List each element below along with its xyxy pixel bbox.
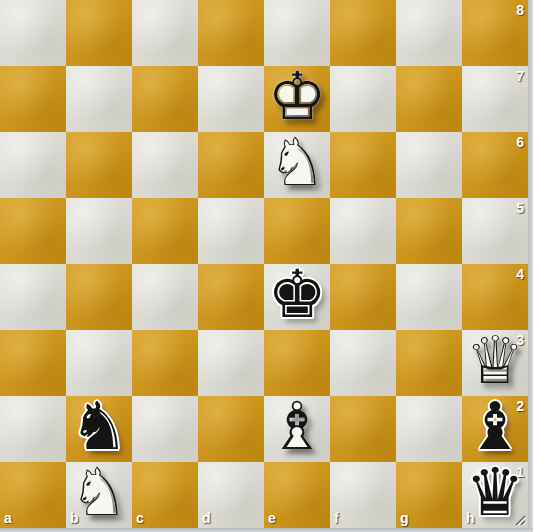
file-label-c: c xyxy=(136,511,144,525)
square-b7[interactable] xyxy=(66,66,132,132)
square-g4[interactable] xyxy=(396,264,462,330)
square-c7[interactable] xyxy=(132,66,198,132)
file-label-e: e xyxy=(268,511,276,525)
square-e3[interactable] xyxy=(264,330,330,396)
piece-white-knight[interactable]: ♞♘ xyxy=(264,132,330,198)
square-f4[interactable] xyxy=(330,264,396,330)
square-e2[interactable]: ♝♗ xyxy=(264,396,330,462)
chess-app-window: 8♚♔7♞♘65♚4♛♕3♞♝♗♝2a♞♘bcdefg♛h1 xyxy=(0,0,533,532)
square-g2[interactable] xyxy=(396,396,462,462)
square-f2[interactable] xyxy=(330,396,396,462)
square-b3[interactable] xyxy=(66,330,132,396)
square-f6[interactable] xyxy=(330,132,396,198)
piece-glyph-outline: ♘ xyxy=(66,462,132,528)
square-h4[interactable]: 4 xyxy=(462,264,528,330)
piece-black-king[interactable]: ♚ xyxy=(264,264,330,330)
piece-white-knight[interactable]: ♞♘ xyxy=(66,462,132,528)
piece-white-queen[interactable]: ♛♕ xyxy=(462,330,528,396)
square-c8[interactable] xyxy=(132,0,198,66)
square-g8[interactable] xyxy=(396,0,462,66)
square-g5[interactable] xyxy=(396,198,462,264)
square-a1[interactable]: a xyxy=(0,462,66,528)
piece-glyph: ♚ xyxy=(264,264,330,330)
square-h6[interactable]: 6 xyxy=(462,132,528,198)
square-c5[interactable] xyxy=(132,198,198,264)
square-f3[interactable] xyxy=(330,330,396,396)
rank-label-5: 5 xyxy=(516,201,524,215)
square-g7[interactable] xyxy=(396,66,462,132)
square-d8[interactable] xyxy=(198,0,264,66)
square-c3[interactable] xyxy=(132,330,198,396)
square-b5[interactable] xyxy=(66,198,132,264)
square-b2[interactable]: ♞ xyxy=(66,396,132,462)
square-c2[interactable] xyxy=(132,396,198,462)
square-c4[interactable] xyxy=(132,264,198,330)
square-a7[interactable] xyxy=(0,66,66,132)
piece-glyph: ♝ xyxy=(462,396,528,462)
square-a2[interactable] xyxy=(0,396,66,462)
file-label-f: f xyxy=(334,511,339,525)
square-e4[interactable]: ♚ xyxy=(264,264,330,330)
piece-glyph-outline: ♔ xyxy=(264,66,330,132)
square-f1[interactable]: f xyxy=(330,462,396,528)
square-e6[interactable]: ♞♘ xyxy=(264,132,330,198)
square-a4[interactable] xyxy=(0,264,66,330)
square-d4[interactable] xyxy=(198,264,264,330)
square-d1[interactable]: d xyxy=(198,462,264,528)
square-a8[interactable] xyxy=(0,0,66,66)
square-h5[interactable]: 5 xyxy=(462,198,528,264)
square-e1[interactable]: e xyxy=(264,462,330,528)
piece-glyph-outline: ♕ xyxy=(462,330,528,396)
square-h7[interactable]: 7 xyxy=(462,66,528,132)
square-a6[interactable] xyxy=(0,132,66,198)
square-f5[interactable] xyxy=(330,198,396,264)
square-h3[interactable]: ♛♕3 xyxy=(462,330,528,396)
file-label-d: d xyxy=(202,511,211,525)
square-c6[interactable] xyxy=(132,132,198,198)
piece-glyph: ♞ xyxy=(66,396,132,462)
piece-black-knight[interactable]: ♞ xyxy=(66,396,132,462)
square-b8[interactable] xyxy=(66,0,132,66)
square-d7[interactable] xyxy=(198,66,264,132)
square-a3[interactable] xyxy=(0,330,66,396)
square-a5[interactable] xyxy=(0,198,66,264)
square-e5[interactable] xyxy=(264,198,330,264)
square-e7[interactable]: ♚♔ xyxy=(264,66,330,132)
rank-label-6: 6 xyxy=(516,135,524,149)
window-edge-right xyxy=(528,0,533,532)
rank-label-8: 8 xyxy=(516,3,524,17)
resize-grip-icon[interactable] xyxy=(512,512,526,526)
square-h2[interactable]: ♝2 xyxy=(462,396,528,462)
square-f8[interactable] xyxy=(330,0,396,66)
chess-board: 8♚♔7♞♘65♚4♛♕3♞♝♗♝2a♞♘bcdefg♛h1 xyxy=(0,0,528,528)
square-e8[interactable] xyxy=(264,0,330,66)
file-label-g: g xyxy=(400,511,409,525)
square-f7[interactable] xyxy=(330,66,396,132)
square-b1[interactable]: ♞♘b xyxy=(66,462,132,528)
file-label-a: a xyxy=(4,511,12,525)
piece-black-bishop[interactable]: ♝ xyxy=(462,396,528,462)
piece-white-king[interactable]: ♚♔ xyxy=(264,66,330,132)
square-g1[interactable]: g xyxy=(396,462,462,528)
piece-white-bishop[interactable]: ♝♗ xyxy=(264,396,330,462)
square-d2[interactable] xyxy=(198,396,264,462)
rank-label-4: 4 xyxy=(516,267,524,281)
square-b6[interactable] xyxy=(66,132,132,198)
square-b4[interactable] xyxy=(66,264,132,330)
square-g3[interactable] xyxy=(396,330,462,396)
piece-glyph-outline: ♘ xyxy=(264,132,330,198)
square-g6[interactable] xyxy=(396,132,462,198)
square-c1[interactable]: c xyxy=(132,462,198,528)
square-d6[interactable] xyxy=(198,132,264,198)
square-d3[interactable] xyxy=(198,330,264,396)
square-h8[interactable]: 8 xyxy=(462,0,528,66)
square-d5[interactable] xyxy=(198,198,264,264)
rank-label-7: 7 xyxy=(516,69,524,83)
window-edge-bottom xyxy=(0,528,533,532)
piece-glyph-outline: ♗ xyxy=(264,396,330,462)
